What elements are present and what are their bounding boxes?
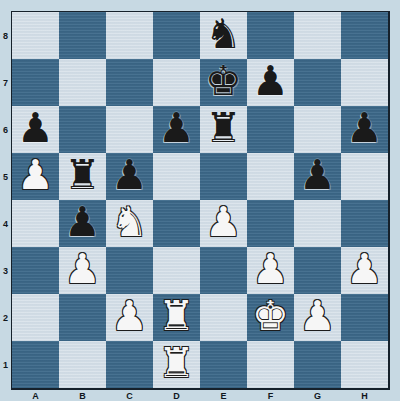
square-c4[interactable]: ♞ [106,200,153,247]
square-h1[interactable] [341,341,388,388]
square-f2[interactable]: ♚ [247,294,294,341]
square-c2[interactable]: ♟ [106,294,153,341]
rank-label-4: 4 [0,200,11,247]
square-a5[interactable]: ♟ [12,153,59,200]
square-d3[interactable] [153,247,200,294]
square-b8[interactable] [59,12,106,59]
square-g8[interactable] [294,12,341,59]
white-pawn[interactable]: ♟ [111,296,148,337]
rank-label-8: 8 [0,12,11,59]
chess-board: ♞♚♟♟♟♜♟♟♜♟♟♟♞♟♟♟♟♟♜♚♟♜ [11,11,390,390]
square-e4[interactable]: ♟ [200,200,247,247]
white-pawn[interactable]: ♟ [205,202,242,243]
square-a8[interactable] [12,12,59,59]
black-pawn[interactable]: ♟ [299,155,336,196]
square-h8[interactable] [341,12,388,59]
white-pawn[interactable]: ♟ [299,296,336,337]
square-d6[interactable]: ♟ [153,106,200,153]
square-d7[interactable] [153,59,200,106]
square-c1[interactable] [106,341,153,388]
rank-label-3: 3 [0,247,11,294]
square-a3[interactable] [12,247,59,294]
square-f6[interactable] [247,106,294,153]
file-label-g: G [294,390,341,401]
square-a6[interactable]: ♟ [12,106,59,153]
white-pawn[interactable]: ♟ [64,249,101,290]
white-pawn[interactable]: ♟ [17,155,54,196]
square-a7[interactable] [12,59,59,106]
black-knight[interactable]: ♞ [205,14,242,55]
square-d2[interactable]: ♜ [153,294,200,341]
square-b7[interactable] [59,59,106,106]
square-a2[interactable] [12,294,59,341]
white-pawn[interactable]: ♟ [252,249,289,290]
black-king[interactable]: ♚ [205,61,242,102]
square-d8[interactable] [153,12,200,59]
square-h2[interactable] [341,294,388,341]
square-e6[interactable]: ♜ [200,106,247,153]
square-f8[interactable] [247,12,294,59]
square-f1[interactable] [247,341,294,388]
square-e3[interactable] [200,247,247,294]
square-a1[interactable] [12,341,59,388]
file-label-f: F [247,390,294,401]
square-g3[interactable] [294,247,341,294]
square-b5[interactable]: ♜ [59,153,106,200]
black-rook[interactable]: ♜ [64,155,101,196]
square-e7[interactable]: ♚ [200,59,247,106]
file-label-a: A [12,390,59,401]
square-e8[interactable]: ♞ [200,12,247,59]
file-labels: ABCDEFGH [12,390,388,401]
square-g4[interactable] [294,200,341,247]
rank-label-5: 5 [0,153,11,200]
square-g7[interactable] [294,59,341,106]
square-f3[interactable]: ♟ [247,247,294,294]
square-a4[interactable] [12,200,59,247]
square-f7[interactable]: ♟ [247,59,294,106]
square-b2[interactable] [59,294,106,341]
square-c3[interactable] [106,247,153,294]
square-b1[interactable] [59,341,106,388]
square-g5[interactable]: ♟ [294,153,341,200]
rank-label-1: 1 [0,341,11,388]
square-f5[interactable] [247,153,294,200]
white-rook[interactable]: ♜ [158,296,195,337]
square-g6[interactable] [294,106,341,153]
rank-labels: 87654321 [0,12,11,388]
square-d5[interactable] [153,153,200,200]
square-b6[interactable] [59,106,106,153]
square-g2[interactable]: ♟ [294,294,341,341]
white-knight[interactable]: ♞ [111,202,148,243]
square-b3[interactable]: ♟ [59,247,106,294]
file-label-h: H [341,390,388,401]
black-pawn[interactable]: ♟ [111,155,148,196]
black-pawn[interactable]: ♟ [17,108,54,149]
square-d4[interactable] [153,200,200,247]
file-label-d: D [153,390,200,401]
square-c6[interactable] [106,106,153,153]
square-h5[interactable] [341,153,388,200]
black-pawn[interactable]: ♟ [64,202,101,243]
square-b4[interactable]: ♟ [59,200,106,247]
square-g1[interactable] [294,341,341,388]
chess-diagram: 87654321 ♞♚♟♟♟♜♟♟♜♟♟♟♞♟♟♟♟♟♜♚♟♜ ABCDEFGH [0,0,400,401]
file-label-c: C [106,390,153,401]
file-label-b: B [59,390,106,401]
square-e1[interactable] [200,341,247,388]
black-pawn[interactable]: ♟ [158,108,195,149]
square-h4[interactable] [341,200,388,247]
square-d1[interactable]: ♜ [153,341,200,388]
square-h3[interactable]: ♟ [341,247,388,294]
square-h7[interactable] [341,59,388,106]
black-rook[interactable]: ♜ [205,108,242,149]
rank-label-6: 6 [0,106,11,153]
rank-label-2: 2 [0,294,11,341]
square-h6[interactable]: ♟ [341,106,388,153]
rank-label-7: 7 [0,59,11,106]
black-pawn[interactable]: ♟ [252,61,289,102]
white-pawn[interactable]: ♟ [346,249,383,290]
white-king[interactable]: ♚ [252,296,289,337]
square-c8[interactable] [106,12,153,59]
square-c7[interactable] [106,59,153,106]
square-f4[interactable] [247,200,294,247]
square-c5[interactable]: ♟ [106,153,153,200]
black-pawn[interactable]: ♟ [346,108,383,149]
white-rook[interactable]: ♜ [158,343,195,384]
square-e5[interactable] [200,153,247,200]
square-e2[interactable] [200,294,247,341]
file-label-e: E [200,390,247,401]
